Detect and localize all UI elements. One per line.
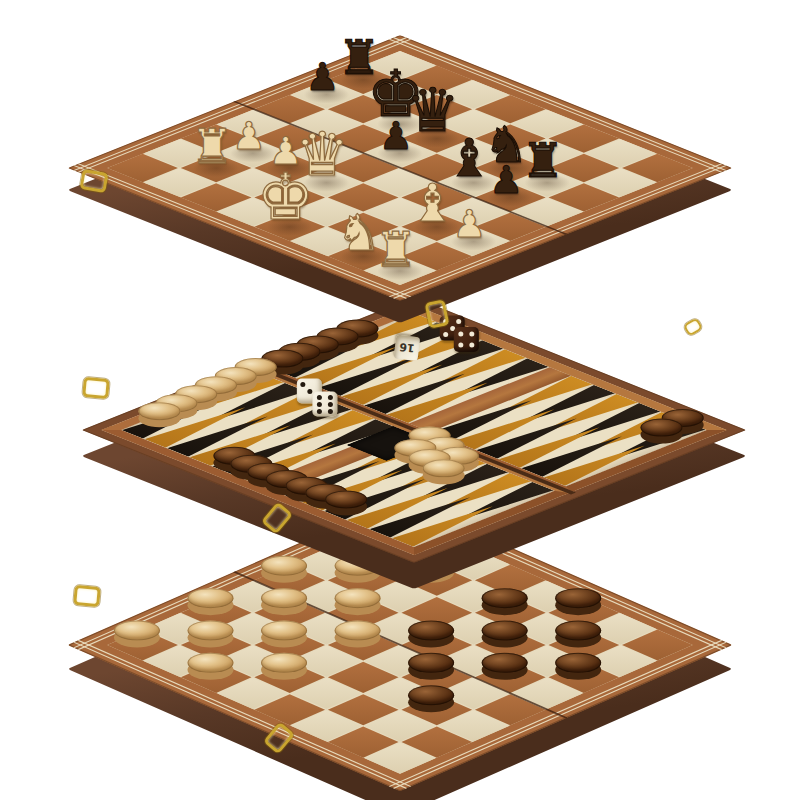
die-pip (328, 401, 333, 406)
checker-top (187, 620, 233, 640)
pawn-glyph: ♟ (379, 117, 413, 155)
backgammon-bar (409, 367, 571, 432)
checker-top (261, 556, 307, 576)
checker-top (555, 620, 601, 640)
rook-glyph: ♜ (374, 225, 417, 273)
checker-top (114, 620, 160, 640)
die-pip (317, 408, 322, 413)
die-pip (456, 319, 461, 324)
die-pip (443, 332, 448, 337)
die-pip (458, 343, 463, 348)
backgammon-board-face: 16 (82, 297, 747, 563)
die-pip (317, 401, 322, 406)
king-glyph: ♚ (257, 165, 314, 229)
checker-top (482, 653, 528, 673)
checker-top (335, 588, 381, 608)
checker-top (261, 653, 307, 673)
die-pip (443, 319, 448, 324)
die-pip (470, 331, 475, 336)
pawn-glyph: ♟ (232, 117, 266, 155)
die-pip (458, 331, 463, 336)
checker-top (482, 588, 528, 608)
checker-top (187, 588, 233, 608)
checker-top (640, 419, 682, 437)
checker-top (408, 685, 454, 705)
checker-top (408, 653, 454, 673)
pawn-glyph: ♟ (452, 205, 486, 243)
die-pip (328, 394, 333, 399)
chess-board-face: ♜♟♚♛♟♟♞♟♜♝♜♛♟♚♝♟♞♜ (68, 35, 733, 301)
die-pip (307, 388, 312, 393)
backgammon-right-hinge[interactable] (683, 317, 703, 336)
checker-top (261, 620, 307, 640)
checker-top (408, 620, 454, 640)
checker-top (325, 490, 367, 508)
pawn-glyph: ♟ (305, 58, 339, 96)
doubling-cube-face: 16 (394, 334, 421, 361)
rook-glyph: ♜ (521, 136, 564, 184)
checker-top (261, 588, 307, 608)
checker-top (138, 402, 180, 420)
checkers-left-latch[interactable] (73, 585, 101, 607)
checker-top (555, 653, 601, 673)
die-pip (317, 394, 322, 399)
backgammon-left-latch[interactable] (82, 377, 110, 399)
checker-top (555, 588, 601, 608)
rook-glyph: ♜ (190, 122, 233, 170)
checker-top (335, 620, 381, 640)
checker-top (187, 653, 233, 673)
checker-top (423, 459, 465, 477)
checker-top (482, 620, 528, 640)
die-pip (328, 408, 333, 413)
product-photo-stage: 16 ♜♟♚♛♟♟♞♟♜♝♜♛♟♚♝♟♞♜ (0, 0, 800, 800)
die-pip (470, 343, 475, 348)
die-pip (300, 382, 305, 387)
pawn-glyph: ♟ (489, 161, 523, 199)
